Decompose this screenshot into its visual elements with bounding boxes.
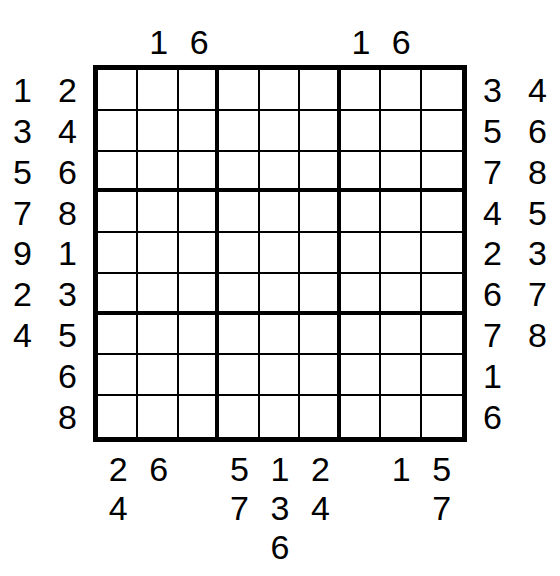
- bottom-clue-r2c9: 7: [422, 488, 462, 527]
- outside-sudoku-puzzle: 1616 1234567891234568 3456784523677816 2…: [0, 0, 560, 576]
- cell-r5c5[interactable]: [260, 233, 300, 274]
- top-clue-r1c2: 1: [138, 21, 178, 63]
- cell-r9c6[interactable]: [300, 396, 340, 437]
- left-clue-r5c1: 9: [0, 233, 45, 274]
- cell-r9c7[interactable]: [341, 396, 381, 437]
- bottom-clue-r3c4: [219, 527, 259, 566]
- cell-r6c1[interactable]: [98, 274, 138, 315]
- bottom-clue-r3c1: [98, 527, 138, 566]
- bottom-clue-r2c7: [341, 488, 381, 527]
- bottom-clue-r3c2: [138, 527, 178, 566]
- bottom-clue-r1c8: 1: [381, 449, 421, 488]
- bottom-clue-r3c9: [422, 527, 462, 566]
- cell-r5c4[interactable]: [219, 233, 259, 274]
- bottom-clue-r1c4: 5: [219, 449, 259, 488]
- top-clue-r1c9: [422, 21, 462, 63]
- cell-r1c5[interactable]: [260, 70, 300, 111]
- right-clue-r2c1: 5: [470, 111, 515, 152]
- bottom-clue-r1c9: 5: [422, 449, 462, 488]
- cell-r7c5[interactable]: [260, 315, 300, 356]
- cell-r9c3[interactable]: [179, 396, 219, 437]
- right-clue-r6c1: 6: [470, 274, 515, 315]
- cell-r4c8[interactable]: [381, 192, 421, 233]
- cell-r8c5[interactable]: [260, 355, 300, 396]
- cell-r8c1[interactable]: [98, 355, 138, 396]
- cell-r8c6[interactable]: [300, 355, 340, 396]
- cell-r6c6[interactable]: [300, 274, 340, 315]
- right-clue-r7c2: 8: [515, 315, 560, 356]
- top-clue-r1c6: [300, 21, 340, 63]
- right-clue-r3c2: 8: [515, 152, 560, 193]
- right-clue-r2c2: 6: [515, 111, 560, 152]
- cell-r2c8[interactable]: [381, 111, 421, 152]
- cell-r8c8[interactable]: [381, 355, 421, 396]
- right-clue-r5c1: 2: [470, 233, 515, 274]
- cell-r2c6[interactable]: [300, 111, 340, 152]
- cell-r1c2[interactable]: [138, 70, 178, 111]
- cell-r9c4[interactable]: [219, 396, 259, 437]
- left-clue-r6c2: 3: [45, 274, 90, 315]
- cell-r7c9[interactable]: [422, 315, 462, 356]
- left-clue-r2c1: 3: [0, 111, 45, 152]
- left-clue-r5c2: 1: [45, 233, 90, 274]
- bottom-clue-r1c3: [179, 449, 219, 488]
- left-clue-r9c2: 8: [45, 396, 90, 437]
- bottom-clue-r1c2: 6: [138, 449, 178, 488]
- sudoku-board: [93, 65, 467, 442]
- bottom-clue-r3c8: [381, 527, 421, 566]
- left-clue-r8c2: 6: [45, 355, 90, 396]
- cell-r1c4[interactable]: [219, 70, 259, 111]
- cell-r8c9[interactable]: [422, 355, 462, 396]
- cell-r1c3[interactable]: [179, 70, 219, 111]
- right-clue-r4c1: 4: [470, 192, 515, 233]
- top-clue-r1c3: 6: [179, 21, 219, 63]
- top-clues: 1616: [93, 21, 467, 63]
- top-clue-r1c5: [260, 21, 300, 63]
- cell-r8c4[interactable]: [219, 355, 259, 396]
- cell-r7c7[interactable]: [341, 315, 381, 356]
- right-clue-r6c2: 7: [515, 274, 560, 315]
- bottom-clue-r2c3: [179, 488, 219, 527]
- left-clue-r3c1: 5: [0, 152, 45, 193]
- bottom-clue-r1c1: 2: [98, 449, 138, 488]
- left-clue-r7c1: 4: [0, 315, 45, 356]
- cell-r2c2[interactable]: [138, 111, 178, 152]
- left-clue-r8c1: [0, 355, 45, 396]
- cell-r7c3[interactable]: [179, 315, 219, 356]
- bottom-clue-r2c5: 3: [260, 488, 300, 527]
- cell-r4c5[interactable]: [260, 192, 300, 233]
- cell-r4c2[interactable]: [138, 192, 178, 233]
- cell-r4c4[interactable]: [219, 192, 259, 233]
- bottom-clue-r2c2: [138, 488, 178, 527]
- cell-r6c5[interactable]: [260, 274, 300, 315]
- right-clue-r4c2: 5: [515, 192, 560, 233]
- cell-r1c7[interactable]: [341, 70, 381, 111]
- bottom-clue-r1c5: 1: [260, 449, 300, 488]
- cell-r7c1[interactable]: [98, 315, 138, 356]
- cell-r2c9[interactable]: [422, 111, 462, 152]
- cell-r2c4[interactable]: [219, 111, 259, 152]
- cell-r3c3[interactable]: [179, 152, 219, 193]
- top-clue-r1c8: 6: [381, 21, 421, 63]
- cell-r7c8[interactable]: [381, 315, 421, 356]
- left-clue-r9c1: [0, 396, 45, 437]
- bottom-clue-r3c5: 6: [260, 527, 300, 566]
- cell-r2c3[interactable]: [179, 111, 219, 152]
- right-clue-r8c1: 1: [470, 355, 515, 396]
- right-clue-r9c2: [515, 396, 560, 437]
- top-clue-r1c4: [219, 21, 259, 63]
- cell-r2c5[interactable]: [260, 111, 300, 152]
- cell-r2c7[interactable]: [341, 111, 381, 152]
- cell-r7c6[interactable]: [300, 315, 340, 356]
- left-clue-r1c2: 2: [45, 70, 90, 111]
- cell-r5c2[interactable]: [138, 233, 178, 274]
- cell-r8c3[interactable]: [179, 355, 219, 396]
- cell-r9c1[interactable]: [98, 396, 138, 437]
- bottom-clue-r3c6: [300, 527, 340, 566]
- right-clue-r9c1: 6: [470, 396, 515, 437]
- right-clue-r5c2: 3: [515, 233, 560, 274]
- cell-r5c8[interactable]: [381, 233, 421, 274]
- right-clue-r7c1: 7: [470, 315, 515, 356]
- cell-r1c9[interactable]: [422, 70, 462, 111]
- cell-r9c9[interactable]: [422, 396, 462, 437]
- bottom-clues: 2651215473476: [93, 449, 467, 566]
- right-clue-r3c1: 7: [470, 152, 515, 193]
- bottom-clue-r1c6: 2: [300, 449, 340, 488]
- cell-r3c6[interactable]: [300, 152, 340, 193]
- cell-r3c9[interactable]: [422, 152, 462, 193]
- cell-r3c8[interactable]: [381, 152, 421, 193]
- cell-r5c1[interactable]: [98, 233, 138, 274]
- left-clue-r6c1: 2: [0, 274, 45, 315]
- cell-r4c3[interactable]: [179, 192, 219, 233]
- cell-r4c1[interactable]: [98, 192, 138, 233]
- cell-r5c3[interactable]: [179, 233, 219, 274]
- cell-r7c4[interactable]: [219, 315, 259, 356]
- left-clue-r3c2: 6: [45, 152, 90, 193]
- right-clues: 3456784523677816: [470, 65, 560, 442]
- right-clue-r8c2: [515, 355, 560, 396]
- cell-r8c2[interactable]: [138, 355, 178, 396]
- bottom-clue-r2c4: 7: [219, 488, 259, 527]
- left-clue-r2c2: 4: [45, 111, 90, 152]
- bottom-clue-r3c3: [179, 527, 219, 566]
- cell-r6c2[interactable]: [138, 274, 178, 315]
- cell-r4c6[interactable]: [300, 192, 340, 233]
- cell-r4c9[interactable]: [422, 192, 462, 233]
- top-clue-r1c1: [98, 21, 138, 63]
- cell-r9c2[interactable]: [138, 396, 178, 437]
- left-clues: 1234567891234568: [0, 65, 90, 442]
- cell-r3c2[interactable]: [138, 152, 178, 193]
- top-clue-r1c7: 1: [341, 21, 381, 63]
- cell-r6c9[interactable]: [422, 274, 462, 315]
- bottom-clue-r1c7: [341, 449, 381, 488]
- cell-r6c8[interactable]: [381, 274, 421, 315]
- cell-r7c2[interactable]: [138, 315, 178, 356]
- left-clue-r7c2: 5: [45, 315, 90, 356]
- cell-r6c3[interactable]: [179, 274, 219, 315]
- cell-r6c4[interactable]: [219, 274, 259, 315]
- cell-r3c4[interactable]: [219, 152, 259, 193]
- left-clue-r4c1: 7: [0, 192, 45, 233]
- cell-r9c5[interactable]: [260, 396, 300, 437]
- right-clue-r1c1: 3: [470, 70, 515, 111]
- cell-r5c7[interactable]: [341, 233, 381, 274]
- right-clue-r1c2: 4: [515, 70, 560, 111]
- bottom-clue-r2c8: [381, 488, 421, 527]
- cell-r8c7[interactable]: [341, 355, 381, 396]
- cell-r6c7[interactable]: [341, 274, 381, 315]
- cell-r3c5[interactable]: [260, 152, 300, 193]
- cell-r2c1[interactable]: [98, 111, 138, 152]
- cell-r4c7[interactable]: [341, 192, 381, 233]
- bottom-clue-r3c7: [341, 527, 381, 566]
- cell-r3c1[interactable]: [98, 152, 138, 193]
- cell-r3c7[interactable]: [341, 152, 381, 193]
- cell-r9c8[interactable]: [381, 396, 421, 437]
- cell-r1c8[interactable]: [381, 70, 421, 111]
- cell-r5c9[interactable]: [422, 233, 462, 274]
- left-clue-r4c2: 8: [45, 192, 90, 233]
- left-clue-r1c1: 1: [0, 70, 45, 111]
- cell-r1c6[interactable]: [300, 70, 340, 111]
- bottom-clue-r2c1: 4: [98, 488, 138, 527]
- cell-r5c6[interactable]: [300, 233, 340, 274]
- cell-r1c1[interactable]: [98, 70, 138, 111]
- bottom-clue-r2c6: 4: [300, 488, 340, 527]
